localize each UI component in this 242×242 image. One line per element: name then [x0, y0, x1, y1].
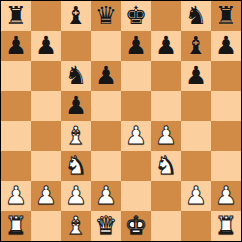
square-d8[interactable]: ♛ [91, 1, 121, 31]
piece-white-rook[interactable]: ♜ [5, 211, 27, 241]
square-f6[interactable] [151, 61, 181, 91]
square-b3[interactable] [31, 151, 61, 181]
square-h8[interactable]: ♜ [211, 1, 241, 31]
piece-white-pawn[interactable]: ♟ [5, 181, 27, 211]
piece-white-pawn[interactable]: ♟ [185, 181, 207, 211]
piece-black-rook[interactable]: ♜ [215, 1, 237, 31]
piece-white-pawn[interactable]: ♟ [35, 181, 57, 211]
square-d3[interactable] [91, 151, 121, 181]
square-a5[interactable] [1, 91, 31, 121]
square-f5[interactable] [151, 91, 181, 121]
square-a2[interactable]: ♟ [1, 181, 31, 211]
square-h1[interactable]: ♜ [211, 211, 241, 241]
square-a7[interactable]: ♟ [1, 31, 31, 61]
square-g5[interactable] [181, 91, 211, 121]
square-e8[interactable]: ♚ [121, 1, 151, 31]
square-g1[interactable] [181, 211, 211, 241]
square-d6[interactable]: ♟ [91, 61, 121, 91]
square-c1[interactable]: ♝ [61, 211, 91, 241]
square-d4[interactable] [91, 121, 121, 151]
square-h6[interactable] [211, 61, 241, 91]
square-d5[interactable] [91, 91, 121, 121]
piece-black-pawn[interactable]: ♟ [5, 31, 27, 61]
square-e2[interactable] [121, 181, 151, 211]
square-c6[interactable]: ♞ [61, 61, 91, 91]
piece-white-pawn[interactable]: ♟ [125, 121, 147, 151]
piece-white-pawn[interactable]: ♟ [65, 181, 87, 211]
square-f7[interactable]: ♟ [151, 31, 181, 61]
square-h3[interactable] [211, 151, 241, 181]
square-d7[interactable] [91, 31, 121, 61]
piece-white-knight[interactable]: ♞ [155, 151, 177, 181]
square-f2[interactable] [151, 181, 181, 211]
square-g7[interactable]: ♝ [181, 31, 211, 61]
square-d2[interactable]: ♟ [91, 181, 121, 211]
square-e6[interactable] [121, 61, 151, 91]
piece-black-king[interactable]: ♚ [125, 1, 147, 31]
piece-black-pawn[interactable]: ♟ [185, 61, 207, 91]
square-h4[interactable] [211, 121, 241, 151]
square-b1[interactable] [31, 211, 61, 241]
chess-board: ♜♝♛♚♞♜♟♟♟♟♝♟♞♟♟♟♝♟♟♞♞♟♟♟♟♟♟♜♝♛♚♜ [0, 0, 242, 242]
square-f4[interactable]: ♟ [151, 121, 181, 151]
square-b6[interactable] [31, 61, 61, 91]
square-a3[interactable] [1, 151, 31, 181]
piece-white-bishop[interactable]: ♝ [65, 211, 87, 241]
piece-white-pawn[interactable]: ♟ [155, 121, 177, 151]
piece-white-pawn[interactable]: ♟ [215, 181, 237, 211]
square-b5[interactable] [31, 91, 61, 121]
piece-black-pawn[interactable]: ♟ [155, 31, 177, 61]
piece-black-pawn[interactable]: ♟ [65, 91, 87, 121]
square-f8[interactable] [151, 1, 181, 31]
piece-white-rook[interactable]: ♜ [215, 211, 237, 241]
square-c4[interactable]: ♝ [61, 121, 91, 151]
piece-black-pawn[interactable]: ♟ [95, 61, 117, 91]
piece-black-knight[interactable]: ♞ [65, 61, 87, 91]
piece-black-pawn[interactable]: ♟ [125, 31, 147, 61]
square-a4[interactable] [1, 121, 31, 151]
square-c7[interactable] [61, 31, 91, 61]
square-b7[interactable]: ♟ [31, 31, 61, 61]
square-c5[interactable]: ♟ [61, 91, 91, 121]
piece-white-king[interactable]: ♚ [125, 211, 147, 241]
square-g2[interactable]: ♟ [181, 181, 211, 211]
piece-black-pawn[interactable]: ♟ [35, 31, 57, 61]
square-e4[interactable]: ♟ [121, 121, 151, 151]
square-b2[interactable]: ♟ [31, 181, 61, 211]
square-a6[interactable] [1, 61, 31, 91]
square-d1[interactable]: ♛ [91, 211, 121, 241]
square-b8[interactable] [31, 1, 61, 31]
square-a8[interactable]: ♜ [1, 1, 31, 31]
square-h5[interactable] [211, 91, 241, 121]
square-a1[interactable]: ♜ [1, 211, 31, 241]
piece-black-bishop[interactable]: ♝ [185, 31, 207, 61]
square-c3[interactable]: ♞ [61, 151, 91, 181]
piece-white-knight[interactable]: ♞ [65, 151, 87, 181]
square-f1[interactable] [151, 211, 181, 241]
piece-black-bishop[interactable]: ♝ [65, 1, 87, 31]
square-g3[interactable] [181, 151, 211, 181]
square-e1[interactable]: ♚ [121, 211, 151, 241]
piece-white-pawn[interactable]: ♟ [95, 181, 117, 211]
square-e7[interactable]: ♟ [121, 31, 151, 61]
square-b4[interactable] [31, 121, 61, 151]
square-e3[interactable] [121, 151, 151, 181]
square-c2[interactable]: ♟ [61, 181, 91, 211]
piece-black-queen[interactable]: ♛ [95, 1, 117, 31]
square-f3[interactable]: ♞ [151, 151, 181, 181]
piece-black-rook[interactable]: ♜ [5, 1, 27, 31]
square-e5[interactable] [121, 91, 151, 121]
square-g6[interactable]: ♟ [181, 61, 211, 91]
square-h2[interactable]: ♟ [211, 181, 241, 211]
piece-black-knight[interactable]: ♞ [185, 1, 207, 31]
piece-white-bishop[interactable]: ♝ [65, 121, 87, 151]
piece-black-pawn[interactable]: ♟ [215, 31, 237, 61]
piece-white-queen[interactable]: ♛ [95, 211, 117, 241]
square-c8[interactable]: ♝ [61, 1, 91, 31]
square-g8[interactable]: ♞ [181, 1, 211, 31]
square-g4[interactable] [181, 121, 211, 151]
square-h7[interactable]: ♟ [211, 31, 241, 61]
